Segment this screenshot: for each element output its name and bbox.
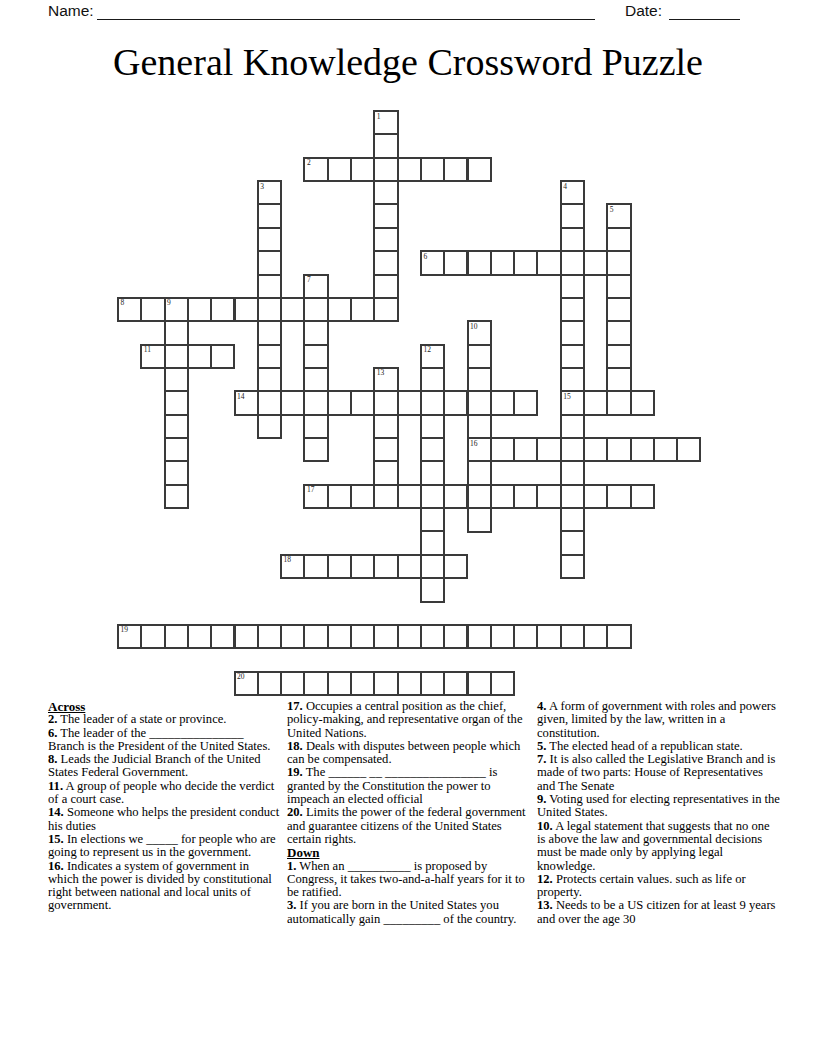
clue-number: 8 [121,298,125,307]
grid-cell[interactable] [280,297,305,322]
grid-cell[interactable] [630,437,655,462]
grid-cell[interactable] [164,367,189,392]
clue-item-number: 6. [48,726,57,740]
grid-cell[interactable] [327,671,352,696]
clue-item-number: 18. [287,739,303,753]
clue-column-right: 4. A form of government with roles and p… [537,700,781,926]
clue-number: 17 [307,485,315,494]
clue-number: 14 [237,392,245,401]
grid-cell[interactable] [327,157,352,182]
grid-cell[interactable] [350,624,375,649]
clue-item-across-17: 17. Occupies a central position as the c… [287,700,533,740]
grid-cell[interactable] [303,390,328,415]
crossword-worksheet: Name: Date: General Knowledge Crossword … [0,0,816,1056]
name-blank-line [97,2,595,20]
clue-item-number: 12. [537,872,553,886]
clue-item-across-19: 19. The ______ __ ________________ is gr… [287,766,533,806]
grid-cell[interactable] [560,367,585,392]
grid-cell[interactable] [606,624,631,649]
grid-cell[interactable] [350,157,375,182]
grid-cell[interactable] [373,133,398,158]
clue-item-number: 19. [287,765,303,779]
grid-cell[interactable]: 13 [373,367,398,392]
grid-cell[interactable] [303,437,328,462]
clue-number: 9 [167,298,171,307]
grid-cell[interactable] [327,297,352,322]
grid-cell[interactable] [606,437,631,462]
clue-number: 4 [563,182,567,191]
grid-cell[interactable]: 14 [234,390,259,415]
clue-item-number: 4. [537,699,546,713]
grid-cell[interactable] [397,554,422,579]
grid-cell[interactable] [257,250,282,275]
grid-cell[interactable] [583,624,608,649]
grid-cell[interactable]: 12 [420,344,445,369]
grid-cell[interactable] [490,250,515,275]
grid-cell[interactable] [467,671,492,696]
grid-cell[interactable] [583,484,608,509]
grid-cell[interactable] [164,624,189,649]
grid-cell[interactable] [560,250,585,275]
grid-cell[interactable] [187,344,212,369]
clue-number: 19 [121,625,129,634]
grid-cell[interactable] [373,414,398,439]
grid-cell[interactable] [467,414,492,439]
grid-cell[interactable] [373,203,398,228]
grid-cell[interactable] [350,390,375,415]
grid-cell[interactable] [373,460,398,485]
grid-cell[interactable] [443,624,468,649]
clue-column-middle: 17. Occupies a central position as the c… [287,700,533,926]
grid-cell[interactable] [467,367,492,392]
clue-item-number: 20. [287,805,303,819]
page-title: General Knowledge Crossword Puzzle [0,40,816,84]
clue-item-across-11: 11. A group of people who decide the ver… [48,780,282,807]
grid-cell[interactable]: 16 [467,437,492,462]
grid-cell[interactable] [280,624,305,649]
grid-cell[interactable]: 15 [560,390,585,415]
grid-cell[interactable] [467,344,492,369]
grid-cell[interactable] [467,460,492,485]
grid-cell[interactable] [373,227,398,252]
grid-cell[interactable] [234,297,259,322]
clue-item-number: 2. [48,712,57,726]
grid-cell[interactable] [606,367,631,392]
grid-cell[interactable] [350,671,375,696]
grid-cell[interactable] [420,577,445,602]
grid-cell[interactable] [536,250,561,275]
grid-cell[interactable] [257,274,282,299]
clue-item-across-2: 2. The leader of a state or province. [48,713,282,726]
grid-cell[interactable] [303,367,328,392]
grid-cell[interactable] [257,390,282,415]
grid-cell[interactable] [327,484,352,509]
clue-item-down-4: 4. A form of government with roles and p… [537,700,781,740]
grid-cell[interactable] [467,624,492,649]
clue-item-across-14: 14. Someone who helps the president cond… [48,806,282,833]
clue-item-across-15: 15. In elections we _____ for people who… [48,833,282,860]
grid-cell[interactable] [606,250,631,275]
clue-number: 16 [470,439,478,448]
grid-cell[interactable] [397,157,422,182]
grid-cell[interactable] [513,484,538,509]
date-label: Date: [625,2,662,20]
grid-cell[interactable] [397,671,422,696]
grid-cell[interactable] [327,554,352,579]
grid-cell[interactable]: 4 [560,180,585,205]
clue-item-number: 1. [287,859,296,873]
grid-cell[interactable] [560,437,585,462]
clue-item-number: 15. [48,832,64,846]
grid-cell[interactable] [583,250,608,275]
grid-cell[interactable] [373,390,398,415]
grid-cell[interactable] [397,624,422,649]
grid-cell[interactable] [443,484,468,509]
clue-item-across-20: 20. Limits the power of the federal gove… [287,806,533,846]
clue-item-down-3: 3. If you are born in the United States … [287,899,533,926]
grid-cell[interactable]: 7 [303,274,328,299]
grid-cell[interactable] [303,624,328,649]
grid-cell[interactable] [420,414,445,439]
grid-cell[interactable] [280,671,305,696]
grid-cell[interactable]: 18 [280,554,305,579]
grid-cell[interactable] [327,624,352,649]
grid-cell[interactable] [303,297,328,322]
grid-cell[interactable] [420,460,445,485]
grid-cell[interactable] [513,390,538,415]
grid-cell[interactable]: 11 [140,344,165,369]
clue-item-number: 9. [537,792,546,806]
grid-cell[interactable] [373,274,398,299]
grid-cell[interactable]: 9 [164,297,189,322]
grid-cell[interactable] [536,624,561,649]
grid-cell[interactable] [676,437,701,462]
grid-cell[interactable] [536,437,561,462]
grid-cell[interactable] [420,671,445,696]
clue-column-left: Across2. The leader of a state or provin… [48,700,282,913]
grid-cell[interactable] [560,624,585,649]
grid-cell[interactable] [560,484,585,509]
grid-cell[interactable]: 17 [303,484,328,509]
grid-cell[interactable] [303,671,328,696]
grid-cell[interactable] [164,390,189,415]
grid-cell[interactable] [257,227,282,252]
grid-cell[interactable] [373,624,398,649]
grid-cell[interactable] [467,390,492,415]
grid-cell[interactable] [327,390,352,415]
grid-cell[interactable] [467,484,492,509]
grid-cell[interactable] [257,671,282,696]
clue-item-down-5: 5. The elected head of a republican stat… [537,740,781,753]
grid-cell[interactable]: 8 [117,297,142,322]
grid-cell[interactable] [420,507,445,532]
grid-cell[interactable] [583,437,608,462]
grid-cell[interactable] [536,484,561,509]
clue-item-number: 7. [537,752,546,766]
grid-cell[interactable] [303,320,328,345]
date-blank-line [669,2,740,20]
grid-cell[interactable]: 6 [420,250,445,275]
grid-cell[interactable] [606,320,631,345]
grid-cell[interactable] [490,484,515,509]
clue-number: 6 [423,252,427,261]
grid-cell[interactable] [490,437,515,462]
grid-cell[interactable] [560,203,585,228]
grid-cell[interactable] [560,344,585,369]
grid-cell[interactable] [653,437,678,462]
clue-item-number: 8. [48,752,57,766]
grid-cell[interactable]: 19 [117,624,142,649]
grid-cell[interactable] [560,414,585,439]
grid-cell[interactable] [303,344,328,369]
grid-cell[interactable]: 1 [373,110,398,135]
grid-cell[interactable] [513,250,538,275]
grid-cell[interactable] [373,157,398,182]
grid-cell[interactable] [187,624,212,649]
grid-cell[interactable] [164,437,189,462]
grid-cell[interactable] [490,624,515,649]
clue-item-down-12: 12. Protects certain values. such as lif… [537,873,781,900]
clue-item-down-9: 9. Voting used for electing representati… [537,793,781,820]
grid-cell[interactable] [257,624,282,649]
grid-cell[interactable] [257,297,282,322]
grid-cell[interactable]: 20 [234,671,259,696]
grid-cell[interactable] [420,530,445,555]
grid-cell[interactable] [560,530,585,555]
grid-cell[interactable] [420,390,445,415]
clue-number: 3 [260,182,264,191]
grid-cell[interactable] [373,554,398,579]
grid-cell[interactable] [350,297,375,322]
grid-cell[interactable] [606,390,631,415]
grid-cell[interactable] [467,507,492,532]
clue-number: 7 [307,275,311,284]
grid-cell[interactable] [140,624,165,649]
grid-cell[interactable]: 3 [257,180,282,205]
grid-cell[interactable] [560,460,585,485]
clue-item-across-18: 18. Deals with disputes between people w… [287,740,533,767]
grid-cell[interactable] [606,344,631,369]
grid-cell[interactable] [606,274,631,299]
grid-cell[interactable] [606,484,631,509]
grid-cell[interactable] [513,624,538,649]
clue-item-number: 10. [537,819,553,833]
clue-item-down-7: 7. It is also called the Legislative Bra… [537,753,781,793]
grid-cell[interactable] [257,203,282,228]
grid-cell[interactable] [257,414,282,439]
grid-cell[interactable] [257,320,282,345]
grid-cell[interactable] [164,320,189,345]
clue-number: 5 [610,205,614,214]
grid-cell[interactable] [303,554,328,579]
grid-cell[interactable] [420,554,445,579]
grid-cell[interactable] [210,344,235,369]
grid-cell[interactable] [257,344,282,369]
clue-number: 1 [377,112,381,121]
grid-cell[interactable] [397,390,422,415]
clue-item-number: 3. [287,898,296,912]
grid-cell[interactable] [280,390,305,415]
grid-cell[interactable] [560,320,585,345]
name-label: Name: [48,2,94,20]
grid-cell[interactable] [513,437,538,462]
grid-cell[interactable] [397,484,422,509]
grid-cell[interactable]: 10 [467,320,492,345]
grid-cell[interactable] [420,484,445,509]
grid-cell[interactable] [606,227,631,252]
clue-item-number: 17. [287,699,303,713]
clue-number: 2 [307,158,311,167]
grid-cell[interactable] [467,250,492,275]
grid-cell[interactable] [443,390,468,415]
grid-cell[interactable] [210,624,235,649]
grid-cell[interactable] [350,554,375,579]
clue-item-across-16: 16. Indicates a system of government in … [48,860,282,913]
grid-cell[interactable] [350,484,375,509]
grid-cell[interactable] [583,390,608,415]
grid-cell[interactable] [164,414,189,439]
clue-number: 20 [237,672,245,681]
grid-cell[interactable] [560,227,585,252]
clue-number: 11 [144,345,151,354]
grid-cell[interactable] [467,157,492,182]
grid-cell[interactable] [490,671,515,696]
grid-cell[interactable] [443,250,468,275]
grid-cell[interactable] [140,297,165,322]
clue-item-number: 13. [537,898,553,912]
clue-number: 12 [423,345,431,354]
clue-number: 15 [563,392,571,401]
grid-cell[interactable] [373,297,398,322]
grid-cell[interactable] [164,344,189,369]
grid-cell[interactable] [630,390,655,415]
grid-cell[interactable]: 2 [303,157,328,182]
grid-cell[interactable] [420,437,445,462]
clue-number: 13 [377,368,385,377]
grid-cell[interactable] [606,297,631,322]
grid-cell[interactable] [373,437,398,462]
grid-cell[interactable] [443,157,468,182]
clue-item-down-1: 1. When an __________ is proposed by Con… [287,860,533,900]
clue-item-number: 5. [537,739,546,753]
grid-cell[interactable] [420,624,445,649]
clue-item-across-6: 6. The leader of the _______________ Bra… [48,727,282,754]
clue-number: 10 [470,322,478,331]
grid-cell[interactable] [210,297,235,322]
clue-item-down-10: 10. A legal statement that suggests that… [537,820,781,873]
grid-cell[interactable] [373,671,398,696]
crossword-grid: 1234567891011121314151617181920 [117,110,700,694]
grid-cell[interactable] [373,180,398,205]
clue-item-down-13: 13. Needs to be a US citizen for at leas… [537,899,781,926]
grid-cell[interactable] [164,460,189,485]
grid-cell[interactable] [443,554,468,579]
clue-item-number: 14. [48,805,64,819]
grid-cell[interactable] [560,554,585,579]
grid-cell[interactable] [420,157,445,182]
grid-cell[interactable] [420,367,445,392]
grid-cell[interactable] [257,367,282,392]
clue-number: 18 [284,555,292,564]
clue-item-across-8: 8. Leads the Judicial Branch of the Unit… [48,753,282,780]
grid-cell[interactable] [630,484,655,509]
grid-cell[interactable] [234,624,259,649]
grid-cell[interactable] [373,250,398,275]
clue-item-number: 11. [48,779,63,793]
grid-cell[interactable] [490,390,515,415]
grid-cell[interactable] [560,297,585,322]
grid-cell[interactable] [187,297,212,322]
grid-cell[interactable]: 5 [606,203,631,228]
grid-cell[interactable] [164,484,189,509]
grid-cell[interactable] [373,484,398,509]
grid-cell[interactable] [560,274,585,299]
grid-cell[interactable] [560,507,585,532]
clue-item-number: 16. [48,859,64,873]
grid-cell[interactable] [443,671,468,696]
down-header: Down [287,846,533,859]
across-header: Across [48,700,282,713]
grid-cell[interactable] [303,414,328,439]
